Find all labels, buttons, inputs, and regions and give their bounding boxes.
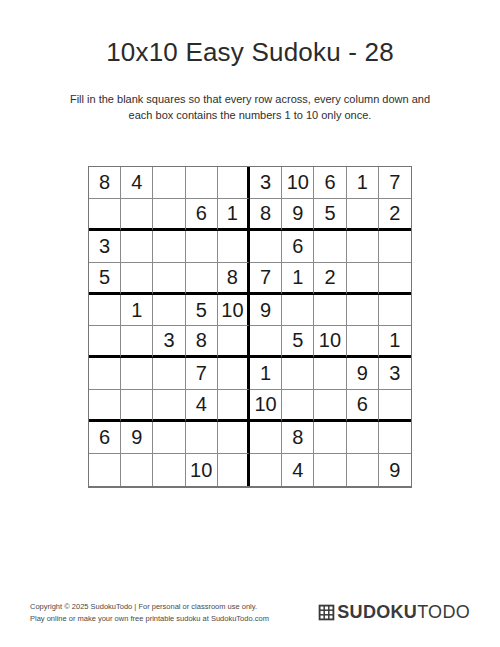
cell-r9c4[interactable] bbox=[186, 422, 218, 454]
cell-r3c8[interactable] bbox=[314, 231, 346, 263]
cell-r2c10: 2 bbox=[379, 199, 411, 231]
logo-text-sudoku: SUDOKU bbox=[337, 602, 417, 622]
page-title: 10x10 Easy Sudoku - 28 bbox=[0, 37, 500, 68]
cell-r7c9: 9 bbox=[347, 358, 379, 390]
cell-r8c9: 6 bbox=[347, 390, 379, 422]
cell-r5c7[interactable] bbox=[282, 295, 314, 327]
cell-r10c7: 4 bbox=[282, 454, 314, 486]
cell-r1c9: 1 bbox=[347, 167, 379, 199]
cell-r6c8: 10 bbox=[314, 326, 346, 358]
instructions-line-2: each box contains the numbers 1 to 10 on… bbox=[129, 109, 372, 121]
cell-r8c4: 4 bbox=[186, 390, 218, 422]
cell-r1c4[interactable] bbox=[186, 167, 218, 199]
cell-r1c7: 10 bbox=[282, 167, 314, 199]
cell-r9c9[interactable] bbox=[347, 422, 379, 454]
cell-r9c8[interactable] bbox=[314, 422, 346, 454]
cell-r7c3[interactable] bbox=[153, 358, 185, 390]
cell-r6c2[interactable] bbox=[121, 326, 153, 358]
cell-r5c5: 10 bbox=[218, 295, 250, 327]
cell-r6c7: 5 bbox=[282, 326, 314, 358]
cell-r4c7: 1 bbox=[282, 263, 314, 295]
cell-r8c7[interactable] bbox=[282, 390, 314, 422]
cell-r9c2: 9 bbox=[121, 422, 153, 454]
cell-r10c8[interactable] bbox=[314, 454, 346, 486]
cell-r7c7[interactable] bbox=[282, 358, 314, 390]
cell-r3c2[interactable] bbox=[121, 231, 153, 263]
cell-r3c5[interactable] bbox=[218, 231, 250, 263]
cell-r5c1[interactable] bbox=[89, 295, 121, 327]
cell-r7c8[interactable] bbox=[314, 358, 346, 390]
cell-r8c10[interactable] bbox=[379, 390, 411, 422]
cell-r9c5[interactable] bbox=[218, 422, 250, 454]
cell-r3c10[interactable] bbox=[379, 231, 411, 263]
cell-r6c10: 1 bbox=[379, 326, 411, 358]
cell-r7c5[interactable] bbox=[218, 358, 250, 390]
cell-r6c4: 8 bbox=[186, 326, 218, 358]
cell-r1c10: 7 bbox=[379, 167, 411, 199]
cell-r6c5[interactable] bbox=[218, 326, 250, 358]
cell-r5c3[interactable] bbox=[153, 295, 185, 327]
cell-r2c3[interactable] bbox=[153, 199, 185, 231]
cell-r10c2[interactable] bbox=[121, 454, 153, 486]
cell-r4c6: 7 bbox=[250, 263, 282, 295]
cell-r9c3[interactable] bbox=[153, 422, 185, 454]
cell-r8c3[interactable] bbox=[153, 390, 185, 422]
cell-r5c10[interactable] bbox=[379, 295, 411, 327]
cell-r3c9[interactable] bbox=[347, 231, 379, 263]
cell-r3c1: 3 bbox=[89, 231, 121, 263]
cell-r9c7: 8 bbox=[282, 422, 314, 454]
cell-r4c3[interactable] bbox=[153, 263, 185, 295]
cell-r1c3[interactable] bbox=[153, 167, 185, 199]
cell-r2c5: 1 bbox=[218, 199, 250, 231]
cell-r6c6[interactable] bbox=[250, 326, 282, 358]
cell-r1c2: 4 bbox=[121, 167, 153, 199]
cell-r5c6: 9 bbox=[250, 295, 282, 327]
cell-r1c6: 3 bbox=[250, 167, 282, 199]
cell-r10c1[interactable] bbox=[89, 454, 121, 486]
cell-r4c9[interactable] bbox=[347, 263, 379, 295]
cell-r8c8[interactable] bbox=[314, 390, 346, 422]
cell-r1c1: 8 bbox=[89, 167, 121, 199]
cell-r5c8[interactable] bbox=[314, 295, 346, 327]
cell-r10c10: 9 bbox=[379, 454, 411, 486]
cell-r4c1: 5 bbox=[89, 263, 121, 295]
cell-r7c6: 1 bbox=[250, 358, 282, 390]
cell-r9c6[interactable] bbox=[250, 422, 282, 454]
cell-r6c1[interactable] bbox=[89, 326, 121, 358]
cell-r2c2[interactable] bbox=[121, 199, 153, 231]
copyright-line-2: Play online or make your own free printa… bbox=[30, 613, 269, 625]
copyright-line-1: Copyright © 2025 SudokuTodo | For person… bbox=[30, 601, 269, 613]
cell-r2c4: 6 bbox=[186, 199, 218, 231]
cell-r2c8: 5 bbox=[314, 199, 346, 231]
cell-r8c6: 10 bbox=[250, 390, 282, 422]
cell-r7c2[interactable] bbox=[121, 358, 153, 390]
logo-text-todo: TODO bbox=[417, 602, 470, 622]
cell-r10c4: 10 bbox=[186, 454, 218, 486]
cell-r4c5: 8 bbox=[218, 263, 250, 295]
sudoku-board: 8431061761895236587121510938510171934106… bbox=[88, 166, 412, 488]
cell-r3c4[interactable] bbox=[186, 231, 218, 263]
sudoku-grid-icon bbox=[318, 604, 335, 621]
cell-r4c8: 2 bbox=[314, 263, 346, 295]
cell-r6c3: 3 bbox=[153, 326, 185, 358]
cell-r3c6[interactable] bbox=[250, 231, 282, 263]
cell-r7c1[interactable] bbox=[89, 358, 121, 390]
cell-r3c7: 6 bbox=[282, 231, 314, 263]
cell-r1c8: 6 bbox=[314, 167, 346, 199]
cell-r10c6[interactable] bbox=[250, 454, 282, 486]
cell-r2c6: 8 bbox=[250, 199, 282, 231]
cell-r4c2[interactable] bbox=[121, 263, 153, 295]
cell-r8c2[interactable] bbox=[121, 390, 153, 422]
instructions-line-1: Fill in the blank squares so that every … bbox=[70, 93, 430, 105]
cell-r2c9[interactable] bbox=[347, 199, 379, 231]
cell-r5c9[interactable] bbox=[347, 295, 379, 327]
cell-r5c2: 1 bbox=[121, 295, 153, 327]
cell-r2c1[interactable] bbox=[89, 199, 121, 231]
sudokutodo-logo: SUDOKUTODO bbox=[318, 602, 470, 623]
cell-r4c10[interactable] bbox=[379, 263, 411, 295]
cell-r1c5[interactable] bbox=[218, 167, 250, 199]
footer-copyright: Copyright © 2025 SudokuTodo | For person… bbox=[30, 601, 269, 624]
cell-r10c3[interactable] bbox=[153, 454, 185, 486]
cell-r7c4: 7 bbox=[186, 358, 218, 390]
cell-r10c9[interactable] bbox=[347, 454, 379, 486]
cell-r9c10[interactable] bbox=[379, 422, 411, 454]
cell-r5c4: 5 bbox=[186, 295, 218, 327]
cell-r4c4[interactable] bbox=[186, 263, 218, 295]
cell-r8c1[interactable] bbox=[89, 390, 121, 422]
cell-r10c5[interactable] bbox=[218, 454, 250, 486]
cell-r9c1: 6 bbox=[89, 422, 121, 454]
cell-r7c10: 3 bbox=[379, 358, 411, 390]
instructions: Fill in the blank squares so that every … bbox=[0, 92, 500, 124]
cell-r6c9[interactable] bbox=[347, 326, 379, 358]
cell-r3c3[interactable] bbox=[153, 231, 185, 263]
printable-sudoku-page: 10x10 Easy Sudoku - 28 Fill in the blank… bbox=[0, 0, 500, 647]
cell-r8c5[interactable] bbox=[218, 390, 250, 422]
logo-wordmark: SUDOKUTODO bbox=[337, 602, 470, 623]
cell-r2c7: 9 bbox=[282, 199, 314, 231]
